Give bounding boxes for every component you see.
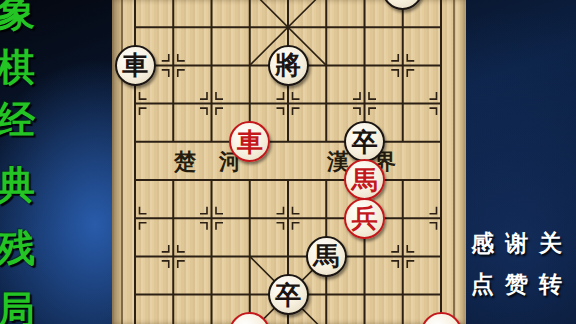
- piece-glyph: 卒: [275, 282, 301, 308]
- banner-left-char: 象: [0, 0, 35, 39]
- piece-red-horse[interactable]: 馬: [344, 159, 385, 200]
- banner-left-char: 典: [0, 160, 35, 211]
- piece-glyph: 馬: [313, 244, 339, 270]
- piece-red-soldier[interactable]: 兵: [344, 198, 385, 239]
- piece-black-soldier[interactable]: 卒: [268, 274, 309, 315]
- piece-glyph: 馬: [352, 167, 378, 193]
- piece-red-piece-clipped-bottom[interactable]: [421, 312, 462, 324]
- piece-glyph: 將: [275, 53, 301, 79]
- piece-black-general[interactable]: 將: [268, 45, 309, 86]
- piece-glyph: 卒: [352, 129, 378, 155]
- xiangqi-board: 楚 河 漢 界 車將車卒馬兵馬卒: [112, 0, 466, 324]
- piece-black-soldier[interactable]: 卒: [344, 121, 385, 162]
- piece-glyph: 車: [237, 129, 263, 155]
- left-title-banner: 象 棋 经 典 残 局: [0, 0, 44, 324]
- piece-black-chariot[interactable]: 車: [115, 45, 156, 86]
- banner-left-char: 经: [0, 95, 35, 146]
- piece-black-horse[interactable]: 馬: [306, 236, 347, 277]
- piece-black-piece-clipped-top[interactable]: [382, 0, 423, 10]
- banner-left-char: 局: [0, 285, 35, 324]
- board-grid: 車將車卒馬兵馬卒: [116, 0, 460, 324]
- piece-red-chariot[interactable]: 車: [229, 121, 270, 162]
- video-frame: 象 棋 经 典 残 局 楚 河 漢 界 車將車卒馬兵馬卒 感谢关 点赞转: [0, 0, 576, 324]
- banner-left-char: 棋: [0, 42, 35, 93]
- caption-line-2: 点赞转: [471, 269, 573, 300]
- banner-left-char: 残: [0, 223, 35, 274]
- caption-line-1: 感谢关: [471, 228, 573, 259]
- piece-red-piece-clipped-bottom[interactable]: [229, 312, 270, 324]
- piece-glyph: 兵: [352, 206, 378, 232]
- right-caption-banner: 感谢关 点赞转: [466, 0, 576, 324]
- piece-glyph: 車: [122, 53, 148, 79]
